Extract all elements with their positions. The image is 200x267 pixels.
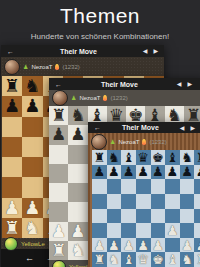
square[interactable]: [165, 209, 180, 224]
square[interactable]: ♞: [22, 218, 42, 238]
board-blue[interactable]: ♜♞♝♛♚♝♞♜♟♟♟♟♟♟♟♟♟♟♟♟♟♟♟♟♜♞♝♛♚♝♞♜: [92, 150, 200, 267]
square[interactable]: ♟: [22, 96, 42, 116]
chess-piece-white[interactable]: ♟: [123, 239, 135, 252]
square[interactable]: ♝: [121, 252, 136, 267]
square[interactable]: [92, 179, 107, 194]
square[interactable]: ♟: [2, 198, 22, 218]
square[interactable]: ♟: [165, 165, 180, 180]
chess-piece-white[interactable]: ♟: [108, 239, 120, 252]
player-avatar[interactable]: [52, 260, 66, 267]
app-bar-title: Their Move: [65, 81, 174, 88]
square[interactable]: [194, 179, 200, 194]
square[interactable]: [121, 194, 136, 209]
chess-piece-black[interactable]: ♟: [108, 165, 120, 178]
move-nav-arrows: ◀▶: [180, 125, 195, 131]
page-subtitle: Hunderte von schönen Kombinationen!: [0, 32, 200, 41]
opponent-rating: (1232): [110, 95, 127, 101]
square[interactable]: ♟: [136, 165, 151, 180]
chess-piece-black[interactable]: ♟: [123, 165, 135, 178]
chess-piece-black[interactable]: ♞: [70, 107, 85, 124]
square[interactable]: [2, 177, 22, 197]
chess-piece-white[interactable]: ♟: [24, 199, 40, 217]
chess-piece-white[interactable]: ♜: [196, 253, 200, 266]
square[interactable]: [22, 117, 42, 137]
square[interactable]: [136, 179, 151, 194]
square[interactable]: ♟: [151, 238, 166, 253]
square[interactable]: ♟: [107, 238, 122, 253]
chess-piece-black[interactable]: ♟: [93, 165, 105, 178]
chess-piece-black[interactable]: ♟: [4, 97, 20, 115]
square[interactable]: ♞: [107, 252, 122, 267]
square[interactable]: [165, 179, 180, 194]
player-avatar[interactable]: [4, 237, 18, 251]
opponent-avatar[interactable]: [4, 59, 20, 75]
prev-move-icon[interactable]: ◀: [143, 48, 148, 54]
back-arrow-icon[interactable]: ←: [55, 81, 62, 88]
square[interactable]: ♜: [92, 150, 107, 165]
square[interactable]: ♞: [180, 150, 195, 165]
chess-piece-white[interactable]: ♟: [181, 239, 193, 252]
opponent-rating: (1232): [62, 64, 79, 70]
square[interactable]: ♚: [151, 150, 166, 165]
chess-piece-white[interactable]: ♟: [167, 224, 179, 237]
chess-piece-white[interactable]: ♝: [167, 253, 179, 266]
next-move-icon[interactable]: ▶: [190, 125, 195, 131]
square[interactable]: ♟: [151, 165, 166, 180]
square[interactable]: [22, 157, 42, 177]
square[interactable]: ♛: [136, 252, 151, 267]
chess-piece-white[interactable]: ♟: [152, 239, 164, 252]
opponent-avatar[interactable]: [91, 134, 107, 150]
chess-piece-black[interactable]: ♟: [167, 165, 179, 178]
chess-piece-black[interactable]: ♟: [152, 165, 164, 178]
chess-piece-white[interactable]: ♜: [51, 242, 66, 259]
square[interactable]: ♟: [180, 165, 195, 180]
fire-emoji: [55, 64, 59, 70]
app-bar-title: Their Move: [17, 48, 140, 55]
square[interactable]: ♝: [165, 150, 180, 165]
square[interactable]: [180, 223, 195, 238]
square[interactable]: [194, 209, 200, 224]
back-arrow-icon[interactable]: ←: [94, 124, 101, 131]
square[interactable]: ♟: [92, 165, 107, 180]
square[interactable]: ♜: [194, 252, 200, 267]
chess-piece-white[interactable]: ♞: [108, 253, 120, 266]
square[interactable]: [121, 179, 136, 194]
square[interactable]: [49, 202, 68, 221]
fire-emoji: [103, 95, 107, 101]
chess-piece-black[interactable]: ♟: [137, 165, 149, 178]
square[interactable]: ♚: [151, 252, 166, 267]
square[interactable]: [49, 145, 68, 164]
square[interactable]: ♝: [121, 150, 136, 165]
square[interactable]: [151, 179, 166, 194]
back-arrow-icon[interactable]: ←: [7, 48, 14, 55]
square[interactable]: [151, 209, 166, 224]
pawn-badge-icon: ♟: [23, 64, 28, 70]
next-move-icon[interactable]: ▶: [187, 81, 192, 87]
square[interactable]: ♞: [107, 150, 122, 165]
square[interactable]: ♜: [2, 76, 22, 96]
square[interactable]: [92, 209, 107, 224]
square[interactable]: ♟: [121, 238, 136, 253]
square[interactable]: ♜: [92, 252, 107, 267]
chess-piece-black[interactable]: ♞: [24, 77, 40, 95]
pawn-badge-icon: ♟: [71, 95, 76, 101]
app-bar-title: Their Move: [104, 124, 177, 131]
square[interactable]: [107, 209, 122, 224]
square[interactable]: [107, 223, 122, 238]
square[interactable]: ♟: [107, 165, 122, 180]
square[interactable]: [68, 202, 87, 221]
player-name: YellowLe: [21, 241, 45, 247]
square[interactable]: [92, 223, 107, 238]
screenshot-blue-theme: ← Their Move ◀▶ ♟ NezoaT (1232) ♜♞♝♛♚♝♞♜…: [88, 122, 200, 267]
square[interactable]: ♟: [92, 238, 107, 253]
chess-piece-black[interactable]: ♟: [181, 165, 193, 178]
square[interactable]: ♟: [165, 223, 180, 238]
prev-move-icon[interactable]: ◀: [177, 81, 182, 87]
chess-piece-white[interactable]: ♚: [152, 253, 164, 266]
fire-emoji: [142, 139, 146, 145]
app-bar: ← Their Move ◀▶: [88, 122, 200, 133]
opponent-name: NezoaT: [118, 139, 139, 145]
chess-piece-white[interactable]: ♟: [51, 223, 66, 240]
square[interactable]: ♟: [194, 238, 200, 253]
chess-piece-black[interactable]: ♟: [24, 97, 40, 115]
opponent-rating: (1232): [149, 139, 166, 145]
chess-piece-white[interactable]: ♝: [123, 253, 135, 266]
chess-piece-black[interactable]: ♟: [51, 126, 66, 143]
square[interactable]: [22, 177, 42, 197]
square[interactable]: [180, 194, 195, 209]
chess-piece-white[interactable]: ♞: [24, 219, 40, 237]
chess-piece-black[interactable]: ♞: [181, 151, 193, 164]
square[interactable]: ♟: [68, 125, 87, 144]
chess-piece-white[interactable]: ♜: [4, 219, 20, 237]
app-bar: ← Their Move ◀▶: [1, 45, 164, 57]
chess-piece-white[interactable]: ♟: [70, 223, 85, 240]
prev-move-icon[interactable]: ◀: [180, 125, 185, 131]
move-nav-arrows: ◀▶: [143, 48, 158, 54]
chess-piece-black[interactable]: ♜: [93, 151, 105, 164]
square[interactable]: [121, 209, 136, 224]
square[interactable]: [22, 137, 42, 157]
chess-piece-black[interactable]: ♜: [4, 77, 20, 95]
chess-piece-white[interactable]: ♟: [137, 239, 149, 252]
square[interactable]: [151, 223, 166, 238]
chess-piece-black[interactable]: ♞: [108, 151, 120, 164]
page-title: Themen: [0, 4, 200, 28]
pawn-badge-icon: ♟: [110, 139, 115, 145]
opponent-row[interactable]: ♟ NezoaT (1232): [88, 133, 200, 150]
square[interactable]: [194, 223, 200, 238]
square[interactable]: ♝: [165, 252, 180, 267]
square[interactable]: ♟: [49, 222, 68, 241]
square[interactable]: [180, 179, 195, 194]
opponent-avatar[interactable]: [52, 90, 68, 106]
square[interactable]: [49, 183, 68, 202]
next-move-icon[interactable]: ▶: [153, 48, 158, 54]
chess-piece-white[interactable]: ♟: [93, 239, 105, 252]
square[interactable]: ♜: [2, 218, 22, 238]
square[interactable]: [68, 145, 87, 164]
opponent-name: NezoaT: [79, 95, 100, 101]
chess-piece-white[interactable]: ♜: [93, 253, 105, 266]
square[interactable]: [49, 164, 68, 183]
chess-piece-black[interactable]: ♝: [167, 151, 179, 164]
square[interactable]: [136, 209, 151, 224]
opponent-name: NezoaT: [31, 64, 52, 70]
chess-piece-black[interactable]: ♛: [137, 151, 149, 164]
chess-piece-black[interactable]: ♟: [70, 126, 85, 143]
square[interactable]: ♟: [2, 96, 22, 116]
square[interactable]: ♟: [194, 165, 200, 180]
square[interactable]: ♞: [22, 76, 42, 96]
square[interactable]: ♟: [49, 125, 68, 144]
chess-piece-black[interactable]: ♝: [123, 151, 135, 164]
opponent-row[interactable]: ♟ NezoaT (1232): [49, 90, 200, 106]
square[interactable]: [194, 194, 200, 209]
app-bar: ← Their Move ◀▶: [49, 78, 200, 90]
square[interactable]: [2, 117, 22, 137]
chess-piece-black[interactable]: ♟: [196, 165, 200, 178]
square[interactable]: [68, 164, 87, 183]
square[interactable]: [165, 194, 180, 209]
chess-piece-white[interactable]: ♞: [181, 253, 193, 266]
square[interactable]: ♞: [180, 252, 195, 267]
square[interactable]: [121, 223, 136, 238]
square[interactable]: [107, 194, 122, 209]
square[interactable]: [165, 238, 180, 253]
square[interactable]: ♟: [22, 198, 42, 218]
square[interactable]: ♟: [68, 222, 87, 241]
square[interactable]: ♛: [136, 150, 151, 165]
square[interactable]: ♟: [180, 238, 195, 253]
opponent-row[interactable]: ♟ NezoaT (1232): [1, 57, 164, 76]
square[interactable]: [180, 209, 195, 224]
square[interactable]: ♞: [68, 106, 87, 125]
chess-piece-white[interactable]: ♛: [137, 253, 149, 266]
chess-piece-black[interactable]: ♚: [152, 151, 164, 164]
square[interactable]: [68, 183, 87, 202]
square[interactable]: ♜: [49, 106, 68, 125]
square[interactable]: ♟: [136, 238, 151, 253]
square[interactable]: [136, 223, 151, 238]
chess-piece-white[interactable]: ♟: [196, 239, 200, 252]
square[interactable]: ♞: [68, 241, 87, 260]
square[interactable]: [2, 157, 22, 177]
chess-piece-white[interactable]: ♞: [70, 242, 85, 259]
square[interactable]: ♜: [194, 150, 200, 165]
square[interactable]: [92, 194, 107, 209]
square[interactable]: ♜: [49, 241, 68, 260]
chess-piece-white[interactable]: ♟: [4, 199, 20, 217]
promo-screenshot: Themen Hunderte von schönen Kombinatione…: [0, 0, 200, 267]
square[interactable]: [2, 137, 22, 157]
square[interactable]: ♟: [121, 165, 136, 180]
chess-piece-black[interactable]: ♜: [196, 151, 200, 164]
move-nav-arrows: ◀▶: [177, 81, 192, 87]
nav-back-icon[interactable]: ←: [25, 254, 34, 263]
square[interactable]: [107, 179, 122, 194]
square[interactable]: [136, 194, 151, 209]
chess-piece-black[interactable]: ♜: [51, 107, 66, 124]
square[interactable]: [151, 194, 166, 209]
